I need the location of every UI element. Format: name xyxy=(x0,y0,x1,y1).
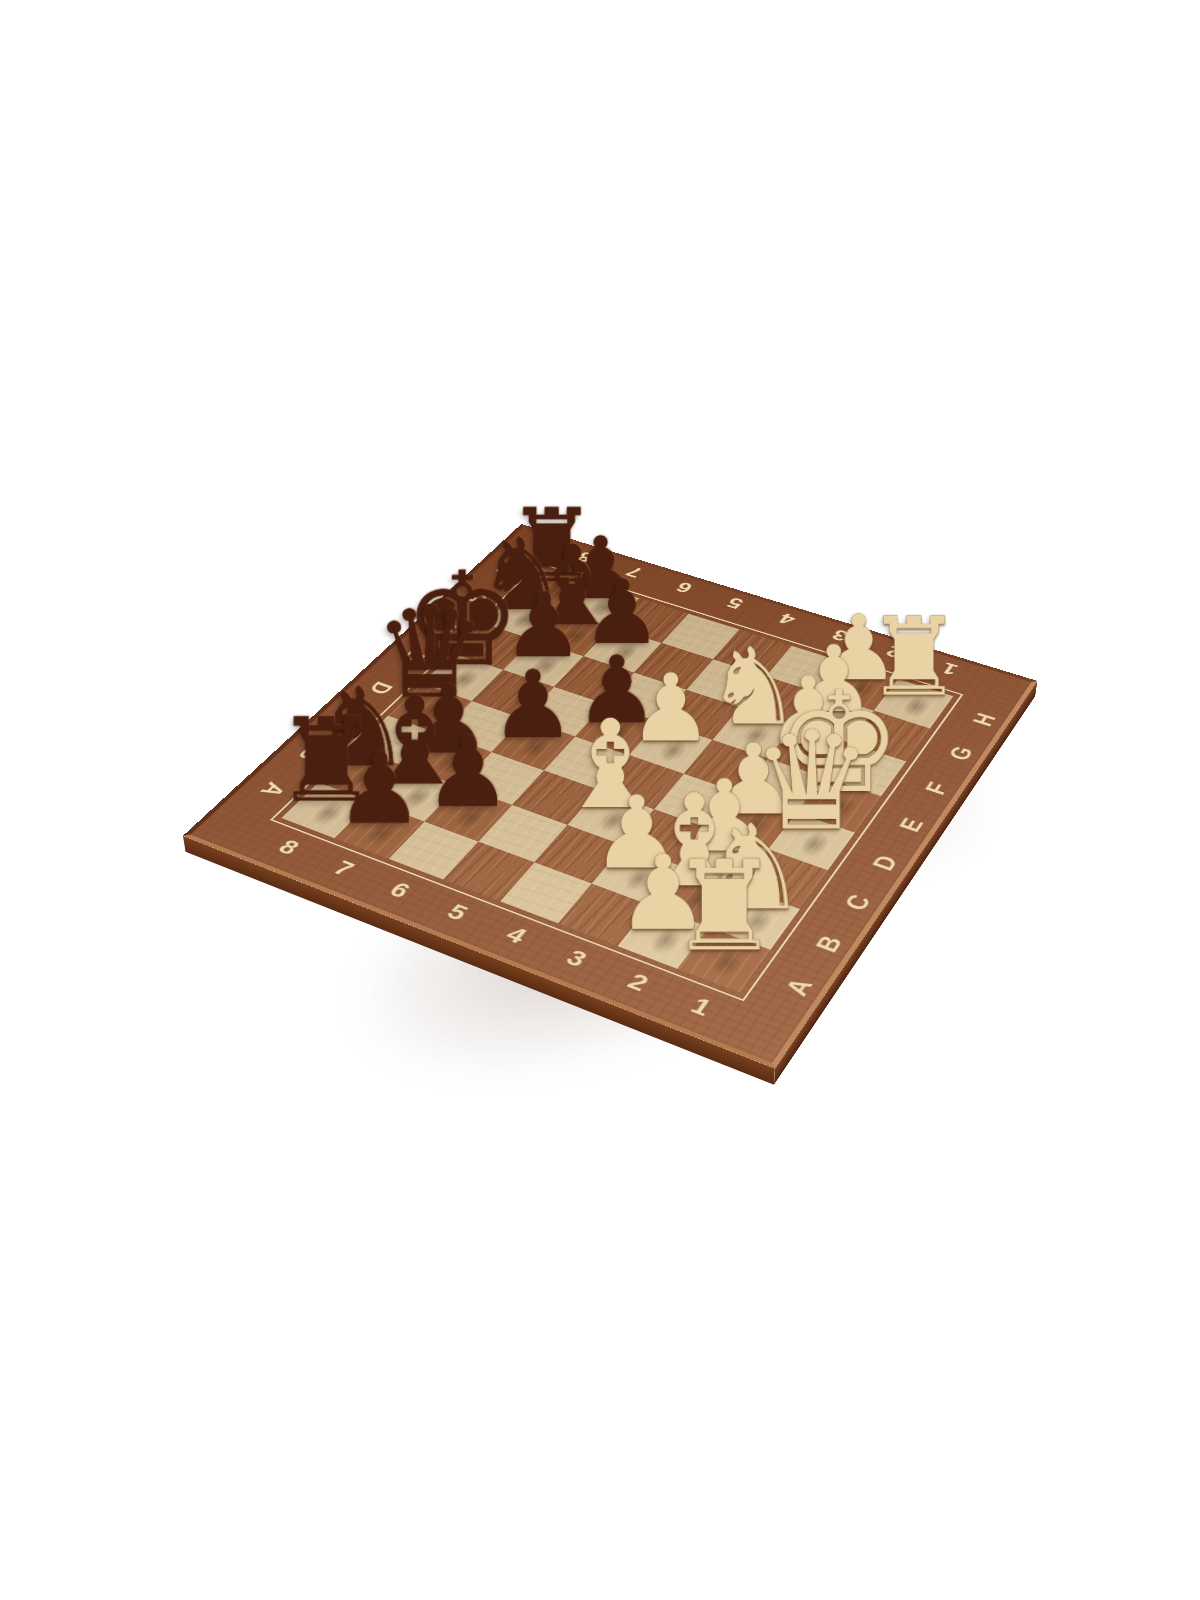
playing-field-border: ♜♞♛♚♞♜♟♝♟♟♝♟♟♟♟♟♝♟♟♞♟♝♟♟♟♟♟♜♞♛♚♜ xyxy=(270,563,963,1002)
white-rook-icon: ♜ xyxy=(624,843,825,968)
black-pawn-icon: ♟ xyxy=(285,740,473,838)
board-frame: ABCDEFGH ABCDEFGH 12345678 12345678 ♜♞♛♚… xyxy=(183,524,1038,1069)
chessboard: ABCDEFGH ABCDEFGH 12345678 12345678 ♜♞♛♚… xyxy=(183,524,1038,1069)
file-label-a: A xyxy=(760,957,838,1019)
square-a1: ♜ xyxy=(678,927,771,992)
scene: ABCDEFGH ABCDEFGH 12345678 12345678 ♜♞♛♚… xyxy=(0,0,1200,1600)
